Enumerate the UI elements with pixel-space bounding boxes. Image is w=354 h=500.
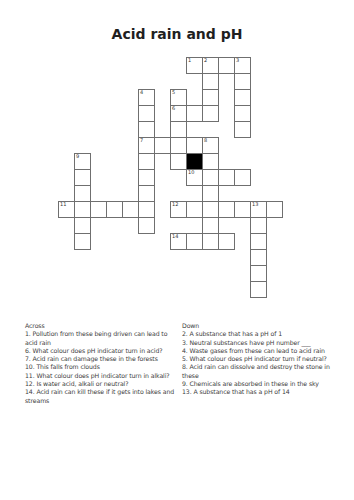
grid-cell[interactable] [202, 233, 219, 250]
grid-cell[interactable]: 12 [170, 201, 187, 218]
clue-item: 12. Is water acid, alkali or neutral? [25, 380, 179, 388]
clue-number: 9 [76, 154, 79, 160]
grid-cell[interactable] [250, 249, 267, 266]
grid-cell[interactable] [234, 169, 251, 186]
clue-item: 10. This falls from clouds [25, 363, 179, 371]
grid-cell[interactable] [186, 105, 203, 122]
grid-cell[interactable] [170, 121, 187, 138]
across-clue-list: 1. Pollution from these being driven can… [25, 330, 179, 405]
grid-cell[interactable] [250, 217, 267, 234]
across-clues: Across 1. Pollution from these being dri… [25, 322, 179, 405]
clue-number: 12 [172, 202, 178, 208]
grid-cell[interactable] [202, 217, 219, 234]
grid-cell[interactable] [170, 137, 187, 154]
grid-cell[interactable] [250, 281, 267, 298]
grid-cell[interactable]: 2 [202, 57, 219, 74]
clue-item: 9. Chemicals are absorbed in these in th… [182, 380, 339, 388]
down-heading: Down [182, 322, 339, 330]
grid-cell[interactable]: 10 [186, 169, 203, 186]
clue-item: 13. A substance that has a pH of 14 [182, 388, 339, 396]
clue-number: 11 [60, 202, 66, 208]
grid-cell[interactable] [202, 185, 219, 202]
clue-number: 2 [204, 58, 207, 64]
grid-cell[interactable]: 9 [74, 153, 91, 170]
clue-number: 5 [172, 90, 175, 96]
grid-cell[interactable] [138, 201, 155, 218]
grid-cell[interactable] [138, 169, 155, 186]
grid-cell[interactable]: 5 [170, 89, 187, 106]
grid-cell[interactable] [234, 89, 251, 106]
grid-cell[interactable] [202, 89, 219, 106]
clue-item: 4. Waste gases from these can lead to ac… [182, 347, 339, 355]
grid-cell[interactable] [186, 233, 203, 250]
grid-cell[interactable] [218, 233, 235, 250]
grid-cell[interactable]: 1 [186, 57, 203, 74]
clue-item: 2. A substance that has a pH of 1 [182, 330, 339, 338]
clue-number: 1 [188, 58, 191, 64]
grid-cell[interactable] [250, 233, 267, 250]
clue-number: 10 [188, 170, 194, 176]
grid-cell[interactable] [170, 153, 187, 170]
grid-cell[interactable] [186, 201, 203, 218]
grid-cell[interactable]: 14 [170, 233, 187, 250]
clue-item: 11. What colour does pH indicator turn i… [25, 372, 179, 380]
grid-cell[interactable] [74, 185, 91, 202]
grid-cell[interactable] [138, 217, 155, 234]
clue-item: 5. What colour does pH indicator turn if… [182, 355, 339, 363]
grid-cell[interactable] [154, 137, 171, 154]
grid-cell[interactable] [218, 169, 235, 186]
page-title: Acid rain and pH [0, 26, 354, 42]
grid-cell[interactable]: 11 [58, 201, 75, 218]
blocked-cell [186, 153, 203, 170]
clue-number: 7 [140, 138, 143, 144]
grid-cell[interactable] [138, 185, 155, 202]
grid-cell[interactable] [202, 73, 219, 90]
grid-cell[interactable] [202, 169, 219, 186]
grid-cell[interactable]: 8 [202, 137, 219, 154]
clue-item: 6. What colour does pH indicator turn in… [25, 347, 179, 355]
grid-cell[interactable] [74, 233, 91, 250]
clue-item: 7. Acid rain can damage these in the for… [25, 355, 179, 363]
down-clues: Down 2. A substance that has a pH of 13.… [182, 322, 339, 397]
grid-cell[interactable] [74, 169, 91, 186]
grid-cell[interactable] [266, 201, 283, 218]
clue-number: 8 [204, 138, 207, 144]
grid-cell[interactable] [106, 201, 123, 218]
clue-item: 1. Pollution from these being driven can… [25, 330, 179, 347]
grid-cell[interactable] [186, 137, 203, 154]
grid-cell[interactable]: 4 [138, 89, 155, 106]
across-heading: Across [25, 322, 179, 330]
grid-cell[interactable] [74, 201, 91, 218]
grid-cell[interactable]: 7 [138, 137, 155, 154]
grid-cell[interactable] [202, 153, 219, 170]
grid-cell[interactable] [234, 121, 251, 138]
clue-item: 8. Acid rain can dissolve and destroy th… [182, 363, 339, 380]
grid-cell[interactable] [138, 105, 155, 122]
grid-cell[interactable] [122, 201, 139, 218]
grid-cell[interactable]: 3 [234, 57, 251, 74]
clue-item: 14. Acid rain can kill these if it gets … [25, 388, 179, 405]
down-clue-list: 2. A substance that has a pH of 13. Neut… [182, 330, 339, 396]
grid-cell[interactable]: 13 [250, 201, 267, 218]
crossword-grid: 1234567891011121314 [58, 57, 282, 297]
grid-cell[interactable] [74, 217, 91, 234]
grid-cell[interactable]: 6 [170, 105, 187, 122]
clue-number: 13 [252, 202, 258, 208]
grid-cell[interactable] [202, 201, 219, 218]
grid-cell[interactable] [90, 201, 107, 218]
clue-number: 3 [236, 58, 239, 64]
clue-number: 4 [140, 90, 143, 96]
grid-cell[interactable] [218, 201, 235, 218]
grid-cell[interactable] [234, 201, 251, 218]
grid-cell[interactable] [234, 105, 251, 122]
clue-item: 3. Neutral substances have pH number ___ [182, 339, 339, 347]
clue-number: 6 [172, 106, 175, 112]
grid-cell[interactable] [138, 153, 155, 170]
grid-cell[interactable] [234, 73, 251, 90]
grid-cell[interactable] [138, 121, 155, 138]
grid-cell[interactable] [202, 105, 219, 122]
grid-cell[interactable] [218, 57, 235, 74]
grid-cell[interactable] [250, 265, 267, 282]
clue-number: 14 [172, 234, 178, 240]
